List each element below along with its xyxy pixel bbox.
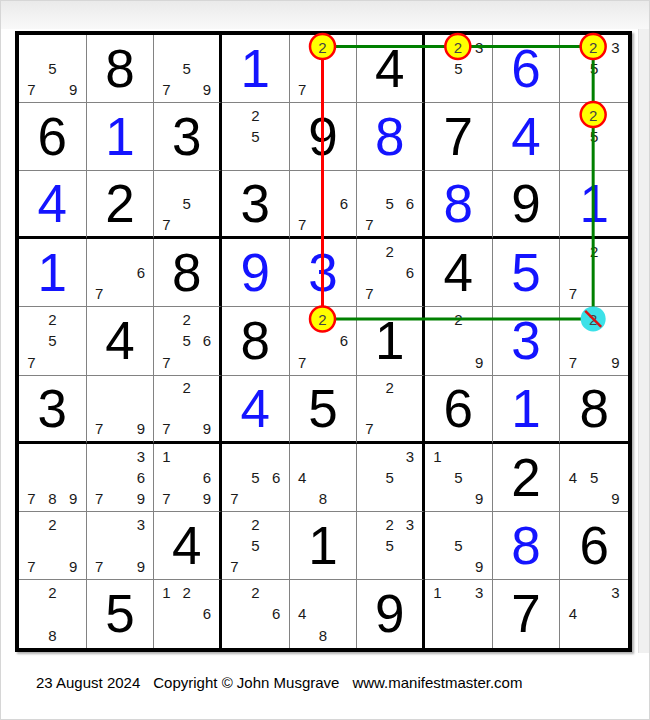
candidate-9	[469, 79, 490, 100]
candidate-1	[562, 582, 583, 603]
cell-r6c3[interactable]: 279	[154, 376, 222, 444]
cell-r6c9[interactable]: 8	[560, 376, 628, 444]
candidate-7: 7	[89, 488, 110, 509]
cell-r7c2[interactable]: 3679	[87, 444, 155, 512]
page-root: 5798579127423562356132598742542573675678…	[0, 0, 650, 720]
candidate-5: 5	[42, 330, 63, 351]
candidate-8	[380, 418, 400, 438]
candidate-3: 3	[130, 446, 151, 467]
cell-r3c9[interactable]: 1	[560, 171, 628, 239]
candidate-5	[177, 603, 197, 624]
candidate-7: 7	[224, 556, 245, 577]
cell-r2c9[interactable]: 25	[560, 103, 628, 171]
candidate-4	[562, 330, 583, 351]
cell-r8c8[interactable]: 8	[493, 512, 561, 580]
candidate-3	[605, 446, 626, 467]
window-top-strip	[1, 1, 650, 29]
cell-r4c3[interactable]: 8	[154, 239, 222, 307]
cell-r1c3[interactable]: 579	[154, 35, 222, 103]
pencil-grid: 13	[427, 582, 490, 646]
cell-r3c2[interactable]: 2	[87, 171, 155, 239]
cell-r5c1[interactable]: 257	[19, 307, 87, 375]
cell-r8c9[interactable]: 6	[560, 512, 628, 580]
candidate-8	[177, 352, 197, 373]
pencil-grid: 35	[359, 446, 420, 509]
cell-r9c5[interactable]: 48	[290, 580, 358, 648]
candidate-4	[427, 603, 448, 624]
cell-r3c8[interactable]: 9	[493, 171, 561, 239]
candidate-6	[197, 194, 217, 214]
candidate-6: 6	[333, 330, 354, 351]
cell-r1c5[interactable]: 27	[290, 35, 358, 103]
candidate-1: 1	[156, 446, 176, 467]
candidate-3	[333, 446, 354, 467]
candidate-6	[400, 467, 420, 488]
candidate-6	[63, 603, 84, 624]
cell-r3c7[interactable]: 8	[425, 171, 493, 239]
cell-r2c5[interactable]: 9	[290, 103, 358, 171]
candidate-5	[313, 603, 334, 624]
cell-r2c8[interactable]: 4	[493, 103, 561, 171]
cell-r2c4[interactable]: 25	[222, 103, 290, 171]
given-digit: 2	[493, 444, 560, 511]
cell-r4c8[interactable]: 5	[493, 239, 561, 307]
cell-r6c8[interactable]: 1	[493, 376, 561, 444]
candidate-2: 2	[380, 378, 400, 398]
candidate-5	[584, 603, 605, 624]
candidate-8	[380, 488, 400, 509]
given-digit: 6	[425, 376, 492, 441]
candidate-1	[562, 309, 583, 330]
candidate-8	[313, 352, 334, 373]
candidate-7	[224, 147, 245, 168]
candidate-2: 2	[42, 514, 63, 535]
candidate-2: 2	[448, 37, 469, 58]
candidate-6	[400, 535, 420, 556]
candidate-4	[21, 535, 42, 556]
cell-r5c4[interactable]: 8	[222, 307, 290, 375]
solved-digit: 1	[493, 376, 560, 441]
candidate-8	[380, 283, 400, 304]
candidate-9: 9	[197, 418, 217, 438]
candidate-7: 7	[224, 488, 245, 509]
pencil-grid: 579	[156, 37, 217, 100]
cell-r7c8[interactable]: 2	[493, 444, 561, 512]
solved-digit: 6	[493, 35, 560, 102]
candidate-3	[333, 37, 354, 58]
candidate-8	[177, 488, 197, 509]
candidate-5	[448, 330, 469, 351]
cell-r1c6[interactable]: 4	[357, 35, 425, 103]
candidate-8	[42, 556, 63, 577]
candidate-6	[63, 467, 84, 488]
candidate-8	[177, 79, 197, 100]
candidate-6	[605, 467, 626, 488]
candidate-1	[427, 309, 448, 330]
candidate-8	[245, 147, 266, 168]
candidate-6	[130, 398, 151, 418]
candidate-7: 7	[292, 352, 313, 373]
given-digit: 6	[19, 103, 86, 170]
cell-r4c2[interactable]: 67	[87, 239, 155, 307]
candidate-7	[21, 625, 42, 646]
candidate-2	[313, 173, 334, 193]
pencil-grid: 567	[359, 173, 420, 234]
candidate-8	[448, 625, 469, 646]
cell-r5c9[interactable]: 279	[560, 307, 628, 375]
cell-r6c6[interactable]: 27	[357, 376, 425, 444]
candidate-8	[110, 418, 131, 438]
candidate-7: 7	[562, 283, 583, 304]
pencil-grid: 28	[21, 582, 84, 646]
candidate-6	[469, 467, 490, 488]
solved-digit: 1	[87, 103, 154, 170]
candidate-4	[89, 467, 110, 488]
candidate-9: 9	[605, 488, 626, 509]
cell-r1c9[interactable]: 235	[560, 35, 628, 103]
candidate-1	[292, 37, 313, 58]
candidate-5	[584, 262, 605, 283]
candidate-2: 2	[177, 309, 197, 330]
given-digit: 1	[357, 307, 422, 374]
candidate-5: 5	[245, 535, 266, 556]
candidate-4	[427, 467, 448, 488]
cell-r9c2[interactable]: 5	[87, 580, 155, 648]
cell-r8c5[interactable]: 1	[290, 512, 358, 580]
candidate-7: 7	[21, 488, 42, 509]
candidate-4	[292, 330, 313, 351]
pencil-grid: 48	[292, 446, 355, 509]
candidate-8	[313, 79, 334, 100]
candidate-9: 9	[197, 79, 217, 100]
candidate-1	[89, 378, 110, 398]
candidate-5	[380, 398, 400, 418]
candidate-3	[469, 309, 490, 330]
cell-r1c7[interactable]: 235	[425, 35, 493, 103]
cell-r7c7[interactable]: 159	[425, 444, 493, 512]
candidate-7: 7	[562, 352, 583, 373]
candidate-3: 3	[469, 37, 490, 58]
cell-r6c7[interactable]: 6	[425, 376, 493, 444]
cell-r3c1[interactable]: 4	[19, 171, 87, 239]
candidate-6	[333, 603, 354, 624]
candidate-3	[605, 241, 626, 262]
candidate-9	[266, 488, 287, 509]
candidate-3	[469, 446, 490, 467]
candidate-6: 6	[400, 194, 420, 214]
candidate-7	[427, 352, 448, 373]
candidate-3	[197, 309, 217, 330]
cell-r3c5[interactable]: 67	[290, 171, 358, 239]
cell-r9c8[interactable]: 7	[493, 580, 561, 648]
cell-r3c3[interactable]: 57	[154, 171, 222, 239]
candidate-8	[448, 556, 469, 577]
candidate-7	[156, 625, 176, 646]
cell-r4c4[interactable]: 9	[222, 239, 290, 307]
candidate-5: 5	[245, 126, 266, 147]
cell-r9c7[interactable]: 13	[425, 580, 493, 648]
candidate-3	[63, 582, 84, 603]
candidate-1	[359, 241, 379, 262]
cell-r2c6[interactable]: 8	[357, 103, 425, 171]
candidate-5	[110, 398, 131, 418]
cell-r7c1[interactable]: 789	[19, 444, 87, 512]
candidate-6	[605, 262, 626, 283]
candidate-1	[427, 514, 448, 535]
cell-r7c5[interactable]: 48	[290, 444, 358, 512]
cell-r9c9[interactable]: 34	[560, 580, 628, 648]
cell-r5c7[interactable]: 29	[425, 307, 493, 375]
pencil-grid: 579	[21, 37, 84, 100]
candidate-4	[292, 194, 313, 214]
pencil-grid: 25	[224, 105, 287, 168]
candidate-2: 2	[584, 241, 605, 262]
cell-r5c5[interactable]: 267	[290, 307, 358, 375]
candidate-2: 2	[42, 582, 63, 603]
candidate-9: 9	[130, 488, 151, 509]
cell-r6c2[interactable]: 79	[87, 376, 155, 444]
given-digit: 9	[290, 103, 357, 170]
cell-r2c3[interactable]: 3	[154, 103, 222, 171]
candidate-4	[359, 194, 379, 214]
candidate-4	[224, 126, 245, 147]
candidate-8	[448, 352, 469, 373]
candidate-2	[584, 582, 605, 603]
candidate-7	[427, 556, 448, 577]
candidate-8	[42, 352, 63, 373]
candidate-2	[110, 241, 131, 262]
cell-r8c6[interactable]: 235	[357, 512, 425, 580]
solved-digit: 3	[493, 307, 560, 374]
cell-r7c6[interactable]: 35	[357, 444, 425, 512]
cell-r6c1[interactable]: 3	[19, 376, 87, 444]
candidate-1	[89, 514, 110, 535]
candidate-1: 1	[427, 446, 448, 467]
candidate-5	[313, 194, 334, 214]
candidate-2	[42, 37, 63, 58]
candidate-5	[245, 603, 266, 624]
candidate-8	[448, 488, 469, 509]
cell-r9c1[interactable]: 28	[19, 580, 87, 648]
candidate-4: 4	[292, 467, 313, 488]
right-margin-strip	[638, 29, 650, 653]
cell-r6c5[interactable]: 5	[290, 376, 358, 444]
candidate-1	[156, 378, 176, 398]
candidate-8	[177, 418, 197, 438]
cell-r8c3[interactable]: 4	[154, 512, 222, 580]
cell-r1c4[interactable]: 1	[222, 35, 290, 103]
cell-r7c4[interactable]: 567	[222, 444, 290, 512]
candidate-1	[89, 241, 110, 262]
cell-r9c3[interactable]: 126	[154, 580, 222, 648]
candidate-7: 7	[156, 488, 176, 509]
candidate-3	[197, 37, 217, 58]
candidate-2: 2	[177, 582, 197, 603]
cell-r3c4[interactable]: 3	[222, 171, 290, 239]
candidate-5	[110, 467, 131, 488]
candidate-4: 4	[292, 603, 313, 624]
cell-r8c2[interactable]: 379	[87, 512, 155, 580]
candidate-4: 4	[562, 603, 583, 624]
candidate-3: 3	[469, 582, 490, 603]
cell-r9c6[interactable]: 9	[357, 580, 425, 648]
cell-r3c6[interactable]: 567	[357, 171, 425, 239]
cell-r1c8[interactable]: 6	[493, 35, 561, 103]
candidate-4	[562, 58, 583, 79]
cell-r4c1[interactable]: 1	[19, 239, 87, 307]
candidate-7	[224, 625, 245, 646]
candidate-4	[359, 398, 379, 418]
candidate-4	[156, 398, 176, 418]
candidate-8	[380, 556, 400, 577]
candidate-1	[359, 173, 379, 193]
candidate-3	[266, 446, 287, 467]
cell-r2c1[interactable]: 6	[19, 103, 87, 171]
cell-r4c7[interactable]: 4	[425, 239, 493, 307]
candidate-9	[400, 488, 420, 509]
candidate-4	[427, 535, 448, 556]
candidate-3	[400, 241, 420, 262]
candidate-5: 5	[42, 58, 63, 79]
cell-r7c3[interactable]: 1679	[154, 444, 222, 512]
cell-r1c2[interactable]: 8	[87, 35, 155, 103]
candidate-2	[245, 446, 266, 467]
candidate-6	[469, 58, 490, 79]
candidate-3: 3	[400, 446, 420, 467]
cell-r2c7[interactable]: 7	[425, 103, 493, 171]
candidate-2	[177, 446, 197, 467]
candidate-2	[313, 582, 334, 603]
candidate-5	[177, 398, 197, 418]
candidate-5	[313, 467, 334, 488]
pencil-grid: 257	[224, 514, 287, 577]
cell-r5c6[interactable]: 1	[357, 307, 425, 375]
candidate-2	[110, 514, 131, 535]
candidate-2: 2	[584, 309, 605, 330]
candidate-5: 5	[177, 58, 197, 79]
solved-digit: 8	[493, 512, 560, 579]
candidate-7	[359, 556, 379, 577]
footer: 23 August 2024 Copyright © John Musgrave…	[36, 674, 522, 691]
cell-r4c9[interactable]: 27	[560, 239, 628, 307]
candidate-6	[63, 330, 84, 351]
candidate-6	[605, 126, 626, 147]
candidate-2: 2	[448, 309, 469, 330]
candidate-8	[177, 214, 197, 234]
candidate-9	[605, 625, 626, 646]
candidate-6	[605, 58, 626, 79]
candidate-3	[197, 582, 217, 603]
cell-r5c8[interactable]: 3	[493, 307, 561, 375]
pencil-grid: 27	[562, 241, 626, 304]
candidate-1	[224, 514, 245, 535]
solved-digit: 3	[290, 239, 357, 306]
candidate-7: 7	[156, 352, 176, 373]
candidate-3	[130, 378, 151, 398]
cell-r8c1[interactable]: 279	[19, 512, 87, 580]
given-digit: 2	[87, 171, 154, 236]
pencil-grid: 27	[292, 37, 355, 100]
pencil-grid: 279	[21, 514, 84, 577]
candidate-5: 5	[380, 194, 400, 214]
pencil-grid: 67	[292, 173, 355, 234]
candidate-1	[427, 37, 448, 58]
candidate-7	[292, 625, 313, 646]
candidate-2	[110, 378, 131, 398]
candidate-2: 2	[584, 37, 605, 58]
candidate-2	[313, 446, 334, 467]
cell-r5c2[interactable]: 4	[87, 307, 155, 375]
candidate-5: 5	[380, 535, 400, 556]
candidate-3	[197, 173, 217, 193]
candidate-2	[177, 173, 197, 193]
candidate-1	[224, 582, 245, 603]
candidate-6	[469, 603, 490, 624]
cell-r6c4[interactable]: 4	[222, 376, 290, 444]
candidate-3	[63, 514, 84, 535]
candidate-7: 7	[21, 79, 42, 100]
cell-r8c4[interactable]: 257	[222, 512, 290, 580]
candidate-3	[266, 514, 287, 535]
candidate-4	[156, 603, 176, 624]
candidate-1	[359, 446, 379, 467]
candidate-5	[177, 467, 197, 488]
pencil-grid: 3679	[89, 446, 152, 509]
candidate-1	[156, 37, 176, 58]
pencil-grid: 459	[562, 446, 626, 509]
candidate-2	[380, 446, 400, 467]
candidate-8	[584, 352, 605, 373]
candidate-7	[427, 79, 448, 100]
candidate-9	[197, 214, 217, 234]
sudoku-grid: 5798579127423562356132598742542573675678…	[15, 31, 632, 652]
candidate-9: 9	[130, 418, 151, 438]
cell-r8c7[interactable]: 59	[425, 512, 493, 580]
given-digit: 7	[493, 580, 560, 648]
cell-r5c3[interactable]: 2567	[154, 307, 222, 375]
candidate-1	[562, 105, 583, 126]
pencil-grid: 57	[156, 173, 217, 234]
cell-r7c9[interactable]: 459	[560, 444, 628, 512]
pencil-grid: 1679	[156, 446, 217, 509]
cell-r1c1[interactable]: 579	[19, 35, 87, 103]
candidate-9: 9	[130, 556, 151, 577]
given-digit: 1	[290, 512, 357, 579]
pencil-grid: 379	[89, 514, 152, 577]
candidate-1	[21, 582, 42, 603]
candidate-8	[584, 283, 605, 304]
candidate-5	[42, 467, 63, 488]
candidate-6: 6	[266, 603, 287, 624]
candidate-9	[605, 147, 626, 168]
cell-r9c4[interactable]: 26	[222, 580, 290, 648]
candidate-9	[400, 556, 420, 577]
given-digit: 8	[560, 376, 628, 441]
pencil-grid: 789	[21, 446, 84, 509]
candidate-9	[333, 488, 354, 509]
candidate-9	[63, 625, 84, 646]
candidate-3	[63, 309, 84, 330]
cell-r2c2[interactable]: 1	[87, 103, 155, 171]
cell-r4c5[interactable]: 3	[290, 239, 358, 307]
candidate-1	[562, 241, 583, 262]
cell-r4c6[interactable]: 267	[357, 239, 425, 307]
candidate-6	[197, 398, 217, 418]
candidate-1	[21, 37, 42, 58]
candidate-4	[224, 603, 245, 624]
candidate-1	[292, 582, 313, 603]
candidate-8	[245, 556, 266, 577]
